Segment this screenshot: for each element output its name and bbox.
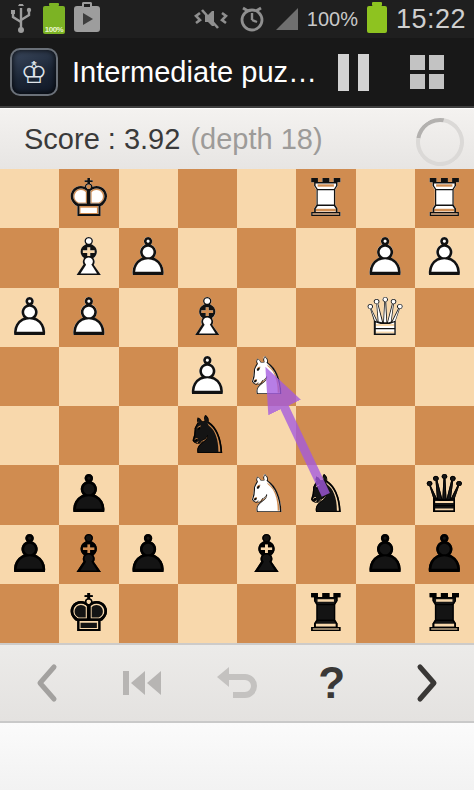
square-g8[interactable]: ♚♔ — [59, 584, 118, 643]
score-bar: Score : 3.92 (depth 18) — [0, 108, 474, 169]
white-knight-icon: ♞♘ — [237, 347, 296, 406]
square-c3[interactable] — [296, 288, 355, 347]
next-button[interactable] — [379, 645, 474, 721]
white-bishop-icon: ♝♗ — [59, 228, 118, 287]
rewind-start-icon — [121, 667, 163, 699]
white-bishop-icon: ♝♗ — [178, 288, 237, 347]
square-a1[interactable]: ♜♖ — [415, 169, 474, 228]
usb-icon — [8, 4, 34, 34]
square-c1[interactable]: ♜♖ — [296, 169, 355, 228]
square-g6[interactable]: ♟♙ — [59, 465, 118, 524]
chess-board: ♚♔♜♖♜♖♝♗♟♙♟♙♟♙♟♙♟♙♝♗♛♕♟♙♞♘♞♘♟♙♞♘♞♘♛♕♟♙♝♗… — [0, 169, 474, 643]
square-d1[interactable] — [237, 169, 296, 228]
square-e4[interactable]: ♟♙ — [178, 347, 237, 406]
square-a3[interactable] — [415, 288, 474, 347]
square-c8[interactable]: ♜♖ — [296, 584, 355, 643]
play-store-icon — [74, 6, 100, 32]
square-h8[interactable] — [0, 584, 59, 643]
square-e8[interactable] — [178, 584, 237, 643]
square-b4[interactable] — [356, 347, 415, 406]
status-bar: 100% — [0, 0, 474, 38]
black-king-icon: ♚♔ — [59, 584, 118, 643]
square-f4[interactable] — [119, 347, 178, 406]
square-f2[interactable]: ♟♙ — [119, 228, 178, 287]
square-h5[interactable] — [0, 406, 59, 465]
rewind-start-button[interactable] — [95, 645, 190, 721]
black-pawn-icon: ♟♙ — [356, 525, 415, 584]
black-rook-icon: ♜♖ — [296, 584, 355, 643]
square-c4[interactable] — [296, 347, 355, 406]
black-pawn-icon: ♟♙ — [119, 525, 178, 584]
square-h2[interactable] — [0, 228, 59, 287]
black-queen-icon: ♛♕ — [415, 465, 474, 524]
square-d5[interactable] — [237, 406, 296, 465]
square-c7[interactable] — [296, 525, 355, 584]
square-c2[interactable] — [296, 228, 355, 287]
square-d2[interactable] — [237, 228, 296, 287]
board-grid: ♚♔♜♖♜♖♝♗♟♙♟♙♟♙♟♙♟♙♝♗♛♕♟♙♞♘♞♘♟♙♞♘♞♘♛♕♟♙♝♗… — [0, 169, 474, 643]
square-a6[interactable]: ♛♕ — [415, 465, 474, 524]
square-e7[interactable] — [178, 525, 237, 584]
black-knight-icon: ♞♘ — [296, 465, 355, 524]
white-king-icon: ♚♔ — [59, 169, 118, 228]
square-e5[interactable]: ♞♘ — [178, 406, 237, 465]
score-depth: (depth 18) — [190, 123, 322, 156]
white-pawn-icon: ♟♙ — [356, 228, 415, 287]
square-b2[interactable]: ♟♙ — [356, 228, 415, 287]
previous-button[interactable] — [0, 645, 95, 721]
square-e3[interactable]: ♝♗ — [178, 288, 237, 347]
square-a4[interactable] — [415, 347, 474, 406]
app-icon-king-glyph: ♔ — [21, 55, 48, 90]
square-b6[interactable] — [356, 465, 415, 524]
square-d6[interactable]: ♞♘ — [237, 465, 296, 524]
square-g4[interactable] — [59, 347, 118, 406]
grid-menu-button[interactable] — [390, 38, 464, 106]
black-bishop-icon: ♝♗ — [59, 525, 118, 584]
pause-icon — [338, 54, 369, 91]
square-h7[interactable]: ♟♙ — [0, 525, 59, 584]
alarm-icon — [237, 4, 267, 34]
square-h3[interactable]: ♟♙ — [0, 288, 59, 347]
app-icon: ♔ — [10, 48, 58, 96]
white-pawn-icon: ♟♙ — [0, 288, 59, 347]
black-pawn-icon: ♟♙ — [415, 525, 474, 584]
square-a5[interactable] — [415, 406, 474, 465]
hint-button[interactable]: ? — [284, 645, 379, 721]
square-b8[interactable] — [356, 584, 415, 643]
screen: 100% — [0, 0, 474, 790]
square-f6[interactable] — [119, 465, 178, 524]
white-pawn-icon: ♟♙ — [178, 347, 237, 406]
square-a2[interactable]: ♟♙ — [415, 228, 474, 287]
chevron-right-icon — [414, 663, 440, 703]
undo-button[interactable] — [190, 645, 285, 721]
square-d7[interactable]: ♝♗ — [237, 525, 296, 584]
square-f7[interactable]: ♟♙ — [119, 525, 178, 584]
square-h6[interactable] — [0, 465, 59, 524]
white-queen-icon: ♛♕ — [356, 288, 415, 347]
app-title-bar: ♔ Intermediate puz… — [0, 38, 474, 108]
black-pawn-icon: ♟♙ — [0, 525, 59, 584]
square-g3[interactable]: ♟♙ — [59, 288, 118, 347]
square-b7[interactable]: ♟♙ — [356, 525, 415, 584]
black-knight-icon: ♞♘ — [178, 406, 237, 465]
engine-spinner-icon — [407, 109, 474, 169]
square-a8[interactable]: ♜♖ — [415, 584, 474, 643]
pause-button[interactable] — [316, 38, 390, 106]
square-c5[interactable] — [296, 406, 355, 465]
vibrate-icon — [194, 5, 228, 33]
chevron-left-icon — [34, 663, 60, 703]
black-pawn-icon: ♟♙ — [59, 465, 118, 524]
square-d4[interactable]: ♞♘ — [237, 347, 296, 406]
square-f3[interactable] — [119, 288, 178, 347]
square-e6[interactable] — [178, 465, 237, 524]
white-pawn-icon: ♟♙ — [59, 288, 118, 347]
battery-percent-text: 100% — [307, 8, 358, 31]
square-b3[interactable]: ♛♕ — [356, 288, 415, 347]
square-c6[interactable]: ♞♘ — [296, 465, 355, 524]
undo-arrow-icon — [215, 665, 259, 701]
square-f8[interactable] — [119, 584, 178, 643]
grid-menu-icon — [410, 55, 444, 89]
white-knight-icon: ♞♘ — [237, 465, 296, 524]
white-rook-icon: ♜♖ — [296, 169, 355, 228]
white-rook-icon: ♜♖ — [415, 169, 474, 228]
clock-text: 15:22 — [396, 4, 466, 35]
white-pawn-icon: ♟♙ — [415, 228, 474, 287]
square-a7[interactable]: ♟♙ — [415, 525, 474, 584]
square-g1[interactable]: ♚♔ — [59, 169, 118, 228]
square-f1[interactable] — [119, 169, 178, 228]
square-b1[interactable] — [356, 169, 415, 228]
question-mark-icon: ? — [318, 658, 345, 708]
score-value: Score : 3.92 — [24, 123, 180, 156]
white-pawn-icon: ♟♙ — [119, 228, 178, 287]
nav-bar: ? — [0, 643, 474, 721]
square-h1[interactable] — [0, 169, 59, 228]
square-f5[interactable] — [119, 406, 178, 465]
square-e2[interactable] — [178, 228, 237, 287]
page-title: Intermediate puz… — [72, 56, 316, 89]
signal-icon — [276, 8, 298, 30]
square-g5[interactable] — [59, 406, 118, 465]
bottom-strip — [0, 721, 474, 790]
square-g2[interactable]: ♝♗ — [59, 228, 118, 287]
square-d8[interactable] — [237, 584, 296, 643]
battery-charging-icon: 100% — [43, 6, 65, 34]
square-e1[interactable] — [178, 169, 237, 228]
black-rook-icon: ♜♖ — [415, 584, 474, 643]
black-bishop-icon: ♝♗ — [237, 525, 296, 584]
battery-charging-percent: 100% — [43, 25, 65, 34]
square-b5[interactable] — [356, 406, 415, 465]
square-d3[interactable] — [237, 288, 296, 347]
battery-icon — [367, 6, 387, 33]
square-g7[interactable]: ♝♗ — [59, 525, 118, 584]
square-h4[interactable] — [0, 347, 59, 406]
